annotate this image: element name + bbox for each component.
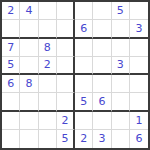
cell-r4c4[interactable] (57, 57, 75, 75)
cell-r8c3[interactable] (39, 130, 57, 148)
given-digit: 2 (7, 5, 14, 16)
cell-r1c8[interactable] (130, 2, 148, 20)
cell-r1c4[interactable] (57, 2, 75, 20)
cell-r6c8[interactable] (130, 93, 148, 111)
cell-r4c5[interactable] (75, 57, 93, 75)
cell-r5c4[interactable] (57, 75, 75, 93)
cell-r7c7[interactable] (112, 112, 130, 130)
cell-r8c1[interactable] (2, 130, 20, 148)
cell-r1c2[interactable]: 4 (20, 2, 38, 20)
cell-r5c8[interactable] (130, 75, 148, 93)
cell-r4c2[interactable] (20, 57, 38, 75)
given-digit: 8 (25, 78, 32, 89)
cell-r5c1[interactable]: 6 (2, 75, 20, 93)
given-digit: 2 (61, 115, 68, 126)
cell-r8c2[interactable] (20, 130, 38, 148)
cell-r2c3[interactable] (39, 20, 57, 38)
cell-r2c6[interactable] (93, 20, 111, 38)
given-digit: 6 (7, 78, 14, 89)
cell-r8c6[interactable]: 3 (93, 130, 111, 148)
cell-r1c3[interactable] (39, 2, 57, 20)
given-digit: 1 (135, 115, 142, 126)
given-digit: 2 (80, 133, 87, 144)
cell-r6c2[interactable] (20, 93, 38, 111)
given-digit: 5 (7, 59, 14, 70)
cell-r3c5[interactable] (75, 39, 93, 57)
given-digit: 6 (98, 96, 105, 107)
cell-r6c4[interactable] (57, 93, 75, 111)
cell-r8c7[interactable] (112, 130, 130, 148)
cell-r3c8[interactable] (130, 39, 148, 57)
given-digit: 8 (44, 42, 51, 53)
cell-r3c6[interactable] (93, 39, 111, 57)
cell-r7c3[interactable] (39, 112, 57, 130)
given-digit: 3 (135, 23, 142, 34)
cell-r5c5[interactable] (75, 75, 93, 93)
given-digit: 6 (135, 133, 142, 144)
cell-r7c1[interactable] (2, 112, 20, 130)
cell-r3c3[interactable]: 8 (39, 39, 57, 57)
cell-r5c6[interactable] (93, 75, 111, 93)
cell-r6c7[interactable] (112, 93, 130, 111)
cell-r6c6[interactable]: 6 (93, 93, 111, 111)
given-digit: 3 (98, 133, 105, 144)
cell-r1c7[interactable]: 5 (112, 2, 130, 20)
cell-r4c7[interactable]: 3 (112, 57, 130, 75)
cell-r6c5[interactable]: 5 (75, 93, 93, 111)
cell-r3c4[interactable] (57, 39, 75, 57)
cell-r1c6[interactable] (93, 2, 111, 20)
cell-r6c3[interactable] (39, 93, 57, 111)
cell-r4c3[interactable]: 2 (39, 57, 57, 75)
cell-r1c5[interactable] (75, 2, 93, 20)
given-digit: 4 (25, 5, 32, 16)
cell-r2c4[interactable] (57, 20, 75, 38)
cell-r6c1[interactable] (2, 93, 20, 111)
cell-r4c8[interactable] (130, 57, 148, 75)
given-digit: 6 (80, 23, 87, 34)
cell-r2c5[interactable]: 6 (75, 20, 93, 38)
cell-r2c2[interactable] (20, 20, 38, 38)
sudoku-board: 24563785236856215236 (0, 0, 150, 150)
cell-r7c2[interactable] (20, 112, 38, 130)
cell-r7c6[interactable] (93, 112, 111, 130)
given-digit: 2 (44, 59, 51, 70)
given-digit: 5 (117, 5, 124, 16)
cell-r1c1[interactable]: 2 (2, 2, 20, 20)
cell-r3c2[interactable] (20, 39, 38, 57)
cell-r4c6[interactable] (93, 57, 111, 75)
cell-r5c2[interactable]: 8 (20, 75, 38, 93)
cell-r7c8[interactable]: 1 (130, 112, 148, 130)
cell-r4c1[interactable]: 5 (2, 57, 20, 75)
cell-r5c3[interactable] (39, 75, 57, 93)
given-digit: 3 (117, 59, 124, 70)
given-digit: 5 (61, 133, 68, 144)
cell-r7c4[interactable]: 2 (57, 112, 75, 130)
cell-r8c5[interactable]: 2 (75, 130, 93, 148)
cell-r5c7[interactable] (112, 75, 130, 93)
cell-r8c4[interactable]: 5 (57, 130, 75, 148)
given-digit: 7 (7, 42, 14, 53)
given-digit: 5 (80, 96, 87, 107)
cell-r2c1[interactable] (2, 20, 20, 38)
cell-r3c7[interactable] (112, 39, 130, 57)
cell-r2c7[interactable] (112, 20, 130, 38)
cell-r7c5[interactable] (75, 112, 93, 130)
cell-r3c1[interactable]: 7 (2, 39, 20, 57)
cell-r8c8[interactable]: 6 (130, 130, 148, 148)
cell-r2c8[interactable]: 3 (130, 20, 148, 38)
